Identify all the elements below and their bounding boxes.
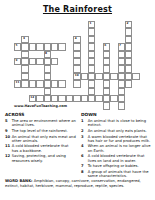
grid-cell[interactable] <box>21 65 28 72</box>
clue-number: 12 <box>30 96 35 99</box>
grid-cell[interactable] <box>118 80 125 87</box>
grid-cell[interactable] <box>88 80 95 87</box>
grid-cell[interactable] <box>44 73 51 80</box>
grid-cell[interactable] <box>125 28 132 35</box>
grid-cell[interactable] <box>21 73 28 80</box>
grid-cell[interactable] <box>73 51 80 58</box>
grid-cell[interactable] <box>44 65 51 72</box>
clue-number: 1 <box>89 22 94 25</box>
grid-cell[interactable] <box>36 95 43 102</box>
grid-cell[interactable] <box>51 43 58 50</box>
grid-cell[interactable]: 10 <box>73 73 80 80</box>
grid-cell[interactable]: 12 <box>29 95 36 102</box>
clue-number: 6 <box>104 44 109 47</box>
grid-cell[interactable] <box>118 73 125 80</box>
grid-cell[interactable] <box>125 65 132 72</box>
page-title: The Rainforest <box>0 5 155 14</box>
clue-num: 3 <box>81 135 87 144</box>
source-url: www.HaveFunTeaching.com <box>14 104 67 108</box>
clue-number: 4 <box>74 37 79 40</box>
grid-cell[interactable] <box>88 36 95 43</box>
grid-cell[interactable] <box>103 58 110 65</box>
grid-cell[interactable] <box>125 51 132 58</box>
clue-num: 5 <box>5 119 11 128</box>
grid-cell[interactable] <box>88 88 95 95</box>
grid-cell[interactable] <box>103 95 110 102</box>
grid-cell[interactable] <box>125 43 132 50</box>
grid-cell[interactable] <box>118 88 125 95</box>
grid-cell[interactable] <box>103 73 110 80</box>
clue-num: 11 <box>5 144 11 153</box>
word-bank: WORD BANK: Amphibian, canopy, carnivore,… <box>5 179 152 188</box>
grid-cell[interactable] <box>36 43 43 50</box>
grid-cell[interactable] <box>58 43 65 50</box>
grid-cell[interactable] <box>21 51 28 58</box>
grid-cell[interactable] <box>81 95 88 102</box>
grid-cell[interactable] <box>103 65 110 72</box>
grid-cell[interactable] <box>73 65 80 72</box>
across-clue: 5The area or environment where an animal… <box>5 119 76 128</box>
clue-num: 6 <box>81 154 87 163</box>
across-heading: ACROSS <box>5 112 76 117</box>
grid-cell[interactable] <box>95 95 102 102</box>
grid-cell[interactable] <box>95 73 102 80</box>
clue-number: 2 <box>126 22 131 25</box>
clue-num: 9 <box>5 129 11 133</box>
grid-cell[interactable] <box>103 102 110 109</box>
grid-cell[interactable] <box>118 65 125 72</box>
grid-cell[interactable] <box>44 95 51 102</box>
down-clue: 1An animal that is close to being extinc… <box>81 119 151 128</box>
clue-num: 1 <box>81 119 87 128</box>
grid-cell[interactable]: 6 <box>103 43 110 50</box>
grid-cell[interactable] <box>44 43 51 50</box>
clue-num: 2 <box>81 129 87 133</box>
down-clue: 6A cold blooded vertebrate that lives on… <box>81 154 151 163</box>
clue-number: 3 <box>22 37 27 40</box>
grid-cell[interactable] <box>132 73 139 80</box>
grid-cell[interactable]: 4 <box>73 36 80 43</box>
grid-cell[interactable] <box>103 88 110 95</box>
clue-text: A cold blooded vertebrate that has a bac… <box>12 144 76 153</box>
across-clues-list: 5The area or environment where an animal… <box>5 119 76 163</box>
grid-cell[interactable] <box>21 43 28 50</box>
grid-cell[interactable] <box>29 80 36 87</box>
grid-cell[interactable] <box>44 80 51 87</box>
clue-number: 7 <box>119 44 124 47</box>
grid-cell[interactable] <box>118 95 125 102</box>
across-clue: 10An animal that only eats meat and othe… <box>5 135 76 144</box>
grid-cell[interactable] <box>73 43 80 50</box>
clue-text: The top level of the rainforest. <box>12 129 76 133</box>
grid-cell[interactable] <box>125 58 132 65</box>
grid-cell[interactable] <box>125 73 132 80</box>
clue-num: 8 <box>81 170 87 179</box>
clue-number: 5 <box>15 44 20 47</box>
clue-text: A cold blooded vertebrate that lives on … <box>88 154 151 163</box>
grid-cell[interactable] <box>88 95 95 102</box>
grid-cell[interactable]: 11 <box>14 80 21 87</box>
grid-cell[interactable] <box>44 58 51 65</box>
grid-cell[interactable] <box>51 95 58 102</box>
clue-number: 11 <box>15 81 20 84</box>
grid-cell[interactable] <box>110 73 117 80</box>
clue-text: To have offspring or babies. <box>88 164 151 168</box>
clue-text: An animal that is close to being extinct… <box>88 119 151 128</box>
grid-cell[interactable] <box>73 95 80 102</box>
down-clues-section: DOWN 1An animal that is close to being e… <box>81 112 151 180</box>
grid-cell[interactable] <box>66 95 73 102</box>
grid-cell[interactable] <box>29 58 36 65</box>
grid-cell[interactable] <box>73 58 80 65</box>
down-clue: 4When an animal is no longer alive on Ea… <box>81 144 151 153</box>
clue-text: A warm blooded vertebrate that has hair … <box>88 135 151 144</box>
clue-number: 10 <box>74 74 79 77</box>
grid-cell[interactable] <box>21 58 28 65</box>
grid-cell[interactable] <box>51 80 58 87</box>
grid-cell[interactable] <box>73 80 80 87</box>
grid-cell[interactable] <box>88 73 95 80</box>
clue-text: An animal that only eats meat and other … <box>12 135 76 144</box>
clue-text: A group of animals that have the same ch… <box>88 170 151 179</box>
down-heading: DOWN <box>81 112 151 117</box>
grid-cell[interactable] <box>88 51 95 58</box>
grid-cell[interactable] <box>103 80 110 87</box>
grid-cell[interactable] <box>81 73 88 80</box>
grid-cell[interactable]: 7 <box>118 43 125 50</box>
grid-cell[interactable] <box>88 43 95 50</box>
clue-text: When an animal is no longer alive on Ear… <box>88 144 151 153</box>
clue-num: 7 <box>81 164 87 168</box>
grid-cell[interactable]: 8 <box>44 51 51 58</box>
clue-text: The area or environment where an animal … <box>12 119 76 128</box>
down-clues-list: 1An animal that is close to being extinc… <box>81 119 151 178</box>
clue-number: 9 <box>15 59 20 62</box>
across-clue: 11A cold blooded vertebrate that has a b… <box>5 144 76 153</box>
grid-cell[interactable] <box>36 80 43 87</box>
down-clue: 8A group of animals that have the same c… <box>81 170 151 179</box>
grid-cell[interactable] <box>88 58 95 65</box>
grid-cell[interactable]: 2 <box>125 21 132 28</box>
grid-cell[interactable] <box>110 95 117 102</box>
clue-num: 10 <box>5 135 11 144</box>
clue-text: Saving, protecting, and using resources … <box>12 154 76 163</box>
down-clue: 7To have offspring or babies. <box>81 164 151 168</box>
grid-cell[interactable] <box>103 51 110 58</box>
across-clue: 9The top level of the rainforest. <box>5 129 76 133</box>
grid-cell[interactable] <box>88 28 95 35</box>
grid-cell[interactable] <box>118 102 125 109</box>
grid-cell[interactable] <box>36 58 43 65</box>
grid-cell[interactable]: 3 <box>21 36 28 43</box>
grid-cell[interactable]: 5 <box>14 43 21 50</box>
down-clue: 2An animal that only eats plants. <box>81 129 151 133</box>
clue-num: 4 <box>81 144 87 153</box>
clue-text: An animal that only eats plants. <box>88 129 151 133</box>
grid-cell[interactable] <box>21 80 28 87</box>
clue-number: 8 <box>45 52 50 55</box>
grid-cell[interactable]: 1 <box>88 21 95 28</box>
across-clues-section: ACROSS 5The area or environment where an… <box>5 112 76 164</box>
grid-cell[interactable] <box>29 43 36 50</box>
grid-cell[interactable] <box>125 80 132 87</box>
grid-cell[interactable] <box>118 51 125 58</box>
grid-cell[interactable]: 9 <box>14 58 21 65</box>
grid-cell[interactable] <box>125 36 132 43</box>
grid-cell[interactable] <box>51 58 58 65</box>
grid-cell[interactable] <box>58 95 65 102</box>
grid-cell[interactable] <box>58 80 65 87</box>
word-bank-label: WORD BANK: <box>5 179 32 183</box>
grid-cell[interactable] <box>44 88 51 95</box>
across-clue: 12Saving, protecting, and using resource… <box>5 154 76 163</box>
crossword-worksheet: { "game": "crossword", "title": "The Rai… <box>0 0 155 200</box>
grid-cell[interactable] <box>88 65 95 72</box>
grid-cell[interactable] <box>118 58 125 65</box>
clue-num: 12 <box>5 154 11 163</box>
down-clue: 3A warm blooded vertebrate that has hair… <box>81 135 151 144</box>
